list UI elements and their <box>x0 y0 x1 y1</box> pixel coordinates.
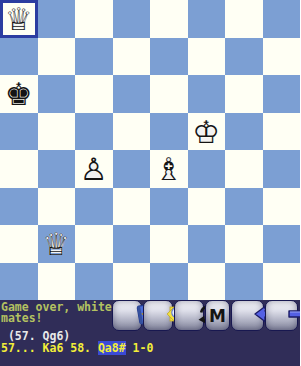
square-a2[interactable] <box>0 225 38 263</box>
square-e7[interactable] <box>150 38 188 76</box>
square-e5[interactable] <box>150 113 188 151</box>
square-g6[interactable] <box>225 75 263 113</box>
square-g4[interactable] <box>225 150 263 188</box>
piece-b2: ♕ <box>38 225 76 263</box>
square-e4[interactable]: ♝♗ <box>150 150 188 188</box>
piece-e4: ♗ <box>150 150 188 188</box>
square-a8[interactable]: ♛♕ <box>0 0 38 38</box>
square-f5[interactable]: ♚♔ <box>188 113 226 151</box>
status-line-2: mates! <box>1 313 43 324</box>
square-a7[interactable] <box>0 38 38 76</box>
chess-board[interactable]: ♛♕♚♚♔♟♙♝♗♛♕ <box>0 0 300 300</box>
square-e2[interactable] <box>150 225 188 263</box>
square-h8[interactable] <box>263 0 301 38</box>
piece-a8: ♕ <box>0 0 38 38</box>
square-f2[interactable] <box>188 225 226 263</box>
square-c5[interactable] <box>75 113 113 151</box>
square-g5[interactable] <box>225 113 263 151</box>
square-f3[interactable] <box>188 188 226 226</box>
square-b4[interactable] <box>38 150 76 188</box>
square-d2[interactable] <box>113 225 151 263</box>
square-e3[interactable] <box>150 188 188 226</box>
flip-board-button[interactable] <box>174 300 204 331</box>
square-b5[interactable] <box>38 113 76 151</box>
square-c4[interactable]: ♟♙ <box>75 150 113 188</box>
square-h4[interactable] <box>263 150 301 188</box>
square-d4[interactable] <box>113 150 151 188</box>
right-arrow-icon <box>249 289 300 342</box>
square-f8[interactable] <box>188 0 226 38</box>
square-g3[interactable] <box>225 188 263 226</box>
square-b3[interactable] <box>38 188 76 226</box>
square-e6[interactable] <box>150 75 188 113</box>
move-prefix: 57... Ka6 58. <box>1 341 98 355</box>
piece-a6: ♚ <box>0 75 38 113</box>
square-c7[interactable] <box>75 38 113 76</box>
chess-app-window: ♛♕♚♚♔♟♙♝♗♛♕ Game over, white mates! g ..… <box>0 0 300 366</box>
square-a1[interactable] <box>0 263 38 301</box>
square-d5[interactable] <box>113 113 151 151</box>
square-h6[interactable] <box>263 75 301 113</box>
forward-button[interactable] <box>265 300 298 331</box>
square-d8[interactable] <box>113 0 151 38</box>
square-h3[interactable] <box>263 188 301 226</box>
square-c3[interactable] <box>75 188 113 226</box>
square-g7[interactable] <box>225 38 263 76</box>
piece-c4: ♙ <box>75 150 113 188</box>
square-d3[interactable] <box>113 188 151 226</box>
square-d7[interactable] <box>113 38 151 76</box>
square-f6[interactable] <box>188 75 226 113</box>
toolbar: M <box>112 300 298 331</box>
square-g8[interactable] <box>225 0 263 38</box>
square-c2[interactable] <box>75 225 113 263</box>
square-f7[interactable] <box>188 38 226 76</box>
piece-f5: ♔ <box>188 113 226 151</box>
square-a4[interactable] <box>0 150 38 188</box>
square-h7[interactable] <box>263 38 301 76</box>
square-b1[interactable] <box>38 263 76 301</box>
square-a6[interactable]: ♚ <box>0 75 38 113</box>
move-list-line: 57... Ka6 58. Qa8# 1-0 <box>1 343 153 354</box>
square-c6[interactable] <box>75 75 113 113</box>
square-h5[interactable] <box>263 113 301 151</box>
engine-console: Game over, white mates! g ... ... .. (57… <box>0 300 300 366</box>
square-a5[interactable] <box>0 113 38 151</box>
square-e8[interactable] <box>150 0 188 38</box>
square-b6[interactable] <box>38 75 76 113</box>
square-b8[interactable] <box>38 0 76 38</box>
square-d6[interactable] <box>113 75 151 113</box>
square-a3[interactable] <box>0 188 38 226</box>
square-f4[interactable] <box>188 150 226 188</box>
square-g2[interactable] <box>225 225 263 263</box>
square-b7[interactable] <box>38 38 76 76</box>
square-c8[interactable] <box>75 0 113 38</box>
square-h2[interactable] <box>263 225 301 263</box>
square-b2[interactable]: ♛♕ <box>38 225 76 263</box>
